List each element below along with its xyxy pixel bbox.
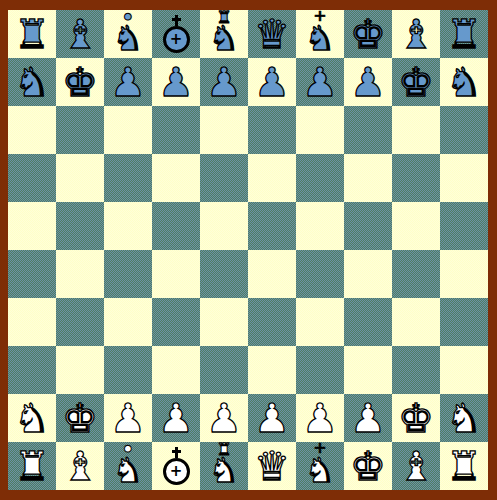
square-e1[interactable]: ♜♞ bbox=[200, 442, 248, 490]
white-crowned-royal[interactable]: ♚ bbox=[350, 446, 386, 486]
square-j5[interactable] bbox=[440, 250, 488, 298]
square-a1[interactable]: ♜ bbox=[8, 442, 56, 490]
knight-glyph-icon: ♞ bbox=[14, 398, 50, 438]
square-i3[interactable] bbox=[392, 346, 440, 394]
white-nightrider[interactable]: ●♞ bbox=[113, 445, 143, 487]
square-f4[interactable] bbox=[248, 298, 296, 346]
nightrider-glyph-icon: ♞ bbox=[113, 453, 143, 487]
white-pawn[interactable]: ♟ bbox=[206, 398, 242, 438]
pawn-glyph-icon: ♟ bbox=[158, 62, 194, 102]
pawn-glyph-icon: ♟ bbox=[206, 62, 242, 102]
square-h2[interactable]: ♟ bbox=[344, 394, 392, 442]
pawn-glyph-icon: ♟ bbox=[110, 398, 146, 438]
crowned-royal-glyph-icon: ♚ bbox=[350, 14, 386, 54]
square-b3[interactable] bbox=[56, 346, 104, 394]
square-c3[interactable] bbox=[104, 346, 152, 394]
nightrider-crest-icon: ● bbox=[124, 444, 132, 453]
square-e6[interactable] bbox=[200, 202, 248, 250]
square-f8[interactable] bbox=[248, 106, 296, 154]
square-a10[interactable]: ♜ bbox=[8, 10, 56, 58]
square-f7[interactable] bbox=[248, 154, 296, 202]
pawn-glyph-icon: ♟ bbox=[350, 62, 386, 102]
white-king[interactable]: ♚ bbox=[398, 398, 434, 438]
square-b1[interactable]: ♝ bbox=[56, 442, 104, 490]
square-e2[interactable]: ♟ bbox=[200, 394, 248, 442]
square-g6[interactable] bbox=[296, 202, 344, 250]
white-bishop[interactable]: ♝ bbox=[398, 446, 434, 486]
square-b4[interactable] bbox=[56, 298, 104, 346]
square-b8[interactable] bbox=[56, 106, 104, 154]
white-bishop[interactable]: ♝ bbox=[62, 446, 98, 486]
square-c4[interactable] bbox=[104, 298, 152, 346]
rook-glyph-icon: ♜ bbox=[14, 446, 50, 486]
pawn-glyph-icon: ♟ bbox=[254, 398, 290, 438]
archbishop-glyph-icon: ♞ bbox=[305, 453, 335, 487]
square-a8[interactable] bbox=[8, 106, 56, 154]
nightrider-crest-icon: ● bbox=[124, 12, 132, 21]
white-rook[interactable]: ♜ bbox=[14, 446, 50, 486]
archbishop-crest-icon: + bbox=[313, 442, 326, 456]
square-j7[interactable] bbox=[440, 154, 488, 202]
square-c1[interactable]: ●♞ bbox=[104, 442, 152, 490]
square-i4[interactable] bbox=[392, 298, 440, 346]
square-j4[interactable] bbox=[440, 298, 488, 346]
blue-king[interactable]: ♚ bbox=[398, 62, 434, 102]
square-a5[interactable] bbox=[8, 250, 56, 298]
pawn-glyph-icon: ♟ bbox=[206, 398, 242, 438]
square-c10[interactable]: ●♞ bbox=[104, 10, 152, 58]
pawn-glyph-icon: ♟ bbox=[110, 62, 146, 102]
square-h6[interactable] bbox=[344, 202, 392, 250]
square-b9[interactable]: ♚ bbox=[56, 58, 104, 106]
square-g8[interactable] bbox=[296, 106, 344, 154]
blue-pawn[interactable]: ♟ bbox=[158, 62, 194, 102]
blue-pawn[interactable]: ♟ bbox=[110, 62, 146, 102]
square-f3[interactable] bbox=[248, 346, 296, 394]
square-a9[interactable]: ♞ bbox=[8, 58, 56, 106]
square-i6[interactable] bbox=[392, 202, 440, 250]
queen-glyph-icon: ♛ bbox=[254, 14, 290, 54]
square-g7[interactable] bbox=[296, 154, 344, 202]
square-h3[interactable] bbox=[344, 346, 392, 394]
white-king[interactable]: ♚ bbox=[62, 398, 98, 438]
archbishop-glyph-icon: ♞ bbox=[305, 21, 335, 55]
crowned-royal-glyph-icon: ♚ bbox=[350, 446, 386, 486]
bishop-glyph-icon: ♝ bbox=[398, 446, 434, 486]
bishop-glyph-icon: ♝ bbox=[398, 14, 434, 54]
white-knight[interactable]: ♞ bbox=[446, 398, 482, 438]
square-d9[interactable]: ♟ bbox=[152, 58, 200, 106]
square-c8[interactable] bbox=[104, 106, 152, 154]
blue-prince-orb[interactable]: + bbox=[163, 15, 190, 53]
white-queen[interactable]: ♛ bbox=[254, 446, 290, 486]
king-glyph-icon: ♚ bbox=[62, 62, 98, 102]
square-g3[interactable] bbox=[296, 346, 344, 394]
white-prince-orb[interactable]: + bbox=[163, 447, 190, 485]
square-j10[interactable]: ♜ bbox=[440, 10, 488, 58]
square-b6[interactable] bbox=[56, 202, 104, 250]
bishop-glyph-icon: ♝ bbox=[62, 446, 98, 486]
square-d8[interactable] bbox=[152, 106, 200, 154]
square-b5[interactable] bbox=[56, 250, 104, 298]
blue-nightrider[interactable]: ●♞ bbox=[113, 13, 143, 55]
blue-knight[interactable]: ♞ bbox=[446, 62, 482, 102]
square-d7[interactable] bbox=[152, 154, 200, 202]
square-j8[interactable] bbox=[440, 106, 488, 154]
marshall-crest-icon: ♜ bbox=[216, 442, 231, 458]
square-a7[interactable] bbox=[8, 154, 56, 202]
square-g4[interactable] bbox=[296, 298, 344, 346]
square-c6[interactable] bbox=[104, 202, 152, 250]
square-i8[interactable] bbox=[392, 106, 440, 154]
white-archbishop[interactable]: +♞ bbox=[305, 445, 335, 487]
square-e3[interactable] bbox=[200, 346, 248, 394]
white-pawn[interactable]: ♟ bbox=[302, 398, 338, 438]
marshall-crest-icon: ♜ bbox=[216, 10, 231, 26]
bishop-glyph-icon: ♝ bbox=[62, 14, 98, 54]
blue-king[interactable]: ♚ bbox=[62, 62, 98, 102]
square-c9[interactable]: ♟ bbox=[104, 58, 152, 106]
nightrider-glyph-icon: ♞ bbox=[113, 21, 143, 55]
square-e7[interactable] bbox=[200, 154, 248, 202]
square-i1[interactable]: ♝ bbox=[392, 442, 440, 490]
white-knight[interactable]: ♞ bbox=[14, 398, 50, 438]
pawn-glyph-icon: ♟ bbox=[302, 398, 338, 438]
square-f9[interactable]: ♟ bbox=[248, 58, 296, 106]
blue-pawn[interactable]: ♟ bbox=[302, 62, 338, 102]
blue-rook[interactable]: ♜ bbox=[446, 14, 482, 54]
knight-glyph-icon: ♞ bbox=[14, 62, 50, 102]
blue-pawn[interactable]: ♟ bbox=[350, 62, 386, 102]
square-g9[interactable]: ♟ bbox=[296, 58, 344, 106]
archbishop-crest-icon: + bbox=[313, 10, 326, 24]
square-a3[interactable] bbox=[8, 346, 56, 394]
blue-pawn[interactable]: ♟ bbox=[206, 62, 242, 102]
square-d4[interactable] bbox=[152, 298, 200, 346]
white-pawn[interactable]: ♟ bbox=[254, 398, 290, 438]
square-g5[interactable] bbox=[296, 250, 344, 298]
square-e5[interactable] bbox=[200, 250, 248, 298]
square-b2[interactable]: ♚ bbox=[56, 394, 104, 442]
square-j2[interactable]: ♞ bbox=[440, 394, 488, 442]
square-d2[interactable]: ♟ bbox=[152, 394, 200, 442]
rook-glyph-icon: ♜ bbox=[446, 446, 482, 486]
square-f5[interactable] bbox=[248, 250, 296, 298]
white-rook[interactable]: ♜ bbox=[446, 446, 482, 486]
square-h5[interactable] bbox=[344, 250, 392, 298]
square-d1[interactable]: + bbox=[152, 442, 200, 490]
board-frame: ♜♝●♞+♜♞♛+♞♚♝♜♞♚♟♟♟♟♟♟♚♞♞♚♟♟♟♟♟♟♚♞♜♝●♞+♜♞… bbox=[0, 0, 497, 500]
square-a6[interactable] bbox=[8, 202, 56, 250]
blue-bishop[interactable]: ♝ bbox=[62, 14, 98, 54]
square-j6[interactable] bbox=[440, 202, 488, 250]
square-f1[interactable]: ♛ bbox=[248, 442, 296, 490]
blue-archbishop[interactable]: +♞ bbox=[305, 13, 335, 55]
pawn-glyph-icon: ♟ bbox=[350, 398, 386, 438]
square-c5[interactable] bbox=[104, 250, 152, 298]
orb-top-cross-icon bbox=[170, 447, 183, 458]
square-d10[interactable]: + bbox=[152, 10, 200, 58]
square-g10[interactable]: +♞ bbox=[296, 10, 344, 58]
square-j9[interactable]: ♞ bbox=[440, 58, 488, 106]
square-j1[interactable]: ♜ bbox=[440, 442, 488, 490]
square-b10[interactable]: ♝ bbox=[56, 10, 104, 58]
king-glyph-icon: ♚ bbox=[398, 62, 434, 102]
white-marshall[interactable]: ♜♞ bbox=[209, 445, 239, 487]
knight-glyph-icon: ♞ bbox=[446, 62, 482, 102]
square-e4[interactable] bbox=[200, 298, 248, 346]
blue-knight[interactable]: ♞ bbox=[14, 62, 50, 102]
square-d5[interactable] bbox=[152, 250, 200, 298]
square-c7[interactable] bbox=[104, 154, 152, 202]
chess-board: ♜♝●♞+♜♞♛+♞♚♝♜♞♚♟♟♟♟♟♟♚♞♞♚♟♟♟♟♟♟♚♞♜♝●♞+♜♞… bbox=[8, 10, 488, 490]
square-i5[interactable] bbox=[392, 250, 440, 298]
pawn-glyph-icon: ♟ bbox=[302, 62, 338, 102]
square-c2[interactable]: ♟ bbox=[104, 394, 152, 442]
rook-glyph-icon: ♜ bbox=[14, 14, 50, 54]
blue-crowned-royal[interactable]: ♚ bbox=[350, 14, 386, 54]
white-pawn[interactable]: ♟ bbox=[350, 398, 386, 438]
square-f6[interactable] bbox=[248, 202, 296, 250]
blue-marshall[interactable]: ♜♞ bbox=[209, 13, 239, 55]
square-e9[interactable]: ♟ bbox=[200, 58, 248, 106]
square-d3[interactable] bbox=[152, 346, 200, 394]
rook-glyph-icon: ♜ bbox=[446, 14, 482, 54]
square-h9[interactable]: ♟ bbox=[344, 58, 392, 106]
blue-bishop[interactable]: ♝ bbox=[398, 14, 434, 54]
square-g2[interactable]: ♟ bbox=[296, 394, 344, 442]
square-i2[interactable]: ♚ bbox=[392, 394, 440, 442]
pawn-glyph-icon: ♟ bbox=[254, 62, 290, 102]
king-glyph-icon: ♚ bbox=[398, 398, 434, 438]
knight-glyph-icon: ♞ bbox=[446, 398, 482, 438]
queen-glyph-icon: ♛ bbox=[254, 446, 290, 486]
square-g1[interactable]: +♞ bbox=[296, 442, 344, 490]
blue-rook[interactable]: ♜ bbox=[14, 14, 50, 54]
square-h8[interactable] bbox=[344, 106, 392, 154]
square-j3[interactable] bbox=[440, 346, 488, 394]
square-h1[interactable]: ♚ bbox=[344, 442, 392, 490]
orb-body-icon: + bbox=[163, 458, 190, 485]
square-f2[interactable]: ♟ bbox=[248, 394, 296, 442]
square-i9[interactable]: ♚ bbox=[392, 58, 440, 106]
square-i10[interactable]: ♝ bbox=[392, 10, 440, 58]
square-b7[interactable] bbox=[56, 154, 104, 202]
orb-body-icon: + bbox=[163, 26, 190, 53]
square-a2[interactable]: ♞ bbox=[8, 394, 56, 442]
king-glyph-icon: ♚ bbox=[62, 398, 98, 438]
white-pawn[interactable]: ♟ bbox=[158, 398, 194, 438]
square-i7[interactable] bbox=[392, 154, 440, 202]
square-f10[interactable]: ♛ bbox=[248, 10, 296, 58]
square-d6[interactable] bbox=[152, 202, 200, 250]
white-pawn[interactable]: ♟ bbox=[110, 398, 146, 438]
square-h10[interactable]: ♚ bbox=[344, 10, 392, 58]
square-h7[interactable] bbox=[344, 154, 392, 202]
square-h4[interactable] bbox=[344, 298, 392, 346]
orb-top-cross-icon bbox=[170, 15, 183, 26]
blue-pawn[interactable]: ♟ bbox=[254, 62, 290, 102]
square-e8[interactable] bbox=[200, 106, 248, 154]
square-a4[interactable] bbox=[8, 298, 56, 346]
blue-queen[interactable]: ♛ bbox=[254, 14, 290, 54]
square-e10[interactable]: ♜♞ bbox=[200, 10, 248, 58]
pawn-glyph-icon: ♟ bbox=[158, 398, 194, 438]
